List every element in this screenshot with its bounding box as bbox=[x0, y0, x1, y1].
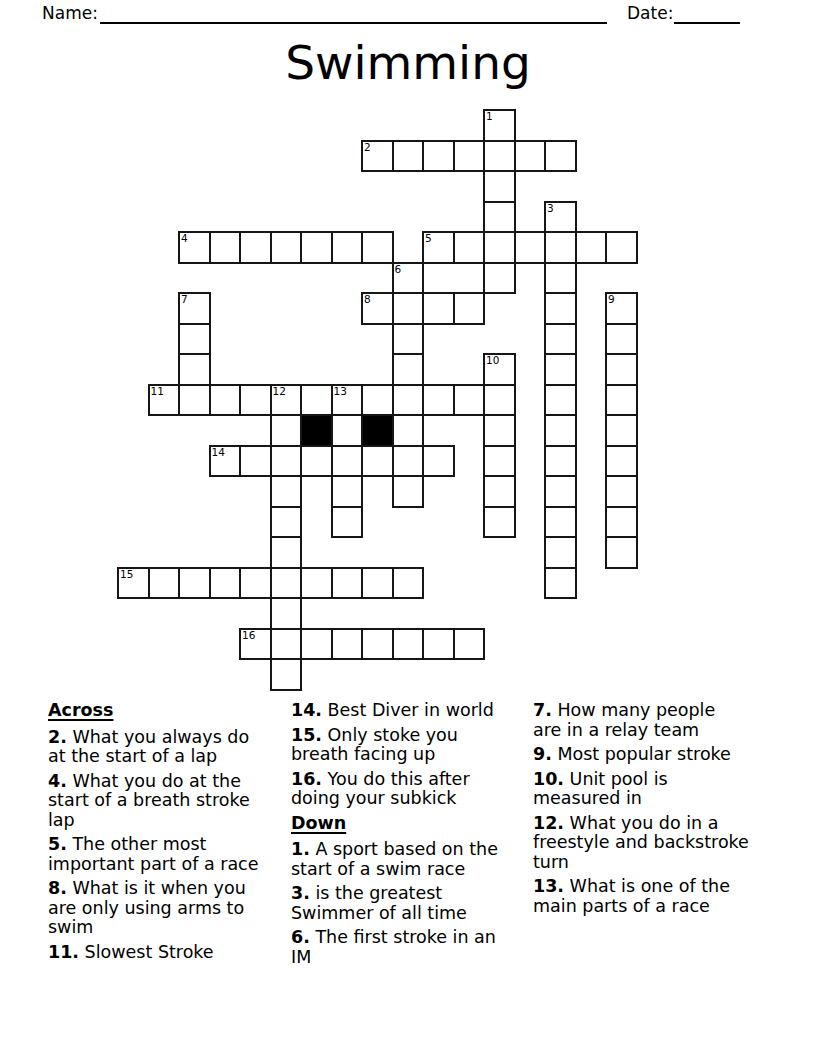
clue-column-2: 14. Best Diver in world15. Only stoke yo… bbox=[291, 701, 519, 972]
cell-number: 16 bbox=[242, 629, 255, 641]
clue-number: 16. bbox=[291, 769, 322, 789]
grid-cell[interactable] bbox=[271, 507, 302, 538]
cell-number: 2 bbox=[364, 141, 371, 153]
clue-text: The first stroke in an IM bbox=[291, 927, 496, 967]
grid-cell[interactable] bbox=[484, 385, 515, 416]
grid-cell[interactable]: 5 bbox=[423, 232, 454, 263]
grid-cell[interactable] bbox=[301, 232, 332, 263]
grid-cell[interactable] bbox=[484, 415, 515, 446]
grid-cell[interactable] bbox=[606, 232, 637, 263]
grid-cell[interactable] bbox=[301, 629, 332, 660]
clue-item: 13. What is one of the main parts of a r… bbox=[533, 877, 761, 916]
grid-cell[interactable]: 13 bbox=[332, 385, 363, 416]
grid-cell[interactable] bbox=[515, 141, 546, 172]
grid-cell[interactable]: 11 bbox=[149, 385, 180, 416]
grid-cell[interactable]: 7 bbox=[179, 293, 210, 324]
grid-cell[interactable] bbox=[362, 568, 393, 599]
cell-number: 14 bbox=[212, 446, 225, 458]
grid-cell[interactable] bbox=[393, 446, 424, 477]
crossword-grid: 12345678910111213141516 bbox=[118, 110, 637, 690]
grid-cell[interactable] bbox=[332, 629, 363, 660]
grid-cell[interactable]: 9 bbox=[606, 293, 637, 324]
clue-text: How many people are in a relay team bbox=[533, 700, 715, 740]
grid-cell[interactable] bbox=[179, 568, 210, 599]
grid-cell[interactable] bbox=[545, 507, 576, 538]
clue-number: 7. bbox=[533, 700, 552, 720]
grid-cell[interactable]: 6 bbox=[393, 263, 424, 294]
clue-number: 11. bbox=[48, 942, 79, 962]
grid-cell[interactable] bbox=[606, 446, 637, 477]
grid-cell[interactable] bbox=[545, 415, 576, 446]
clue-text: is the greatest Swimmer of all time bbox=[291, 883, 467, 923]
date-line[interactable] bbox=[674, 1, 740, 24]
grid-cell[interactable] bbox=[332, 232, 363, 263]
grid-cell[interactable] bbox=[606, 476, 637, 507]
clue-item: 6. The first stroke in an IM bbox=[291, 928, 519, 967]
grid-cell[interactable] bbox=[271, 568, 302, 599]
grid-cell[interactable] bbox=[362, 446, 393, 477]
clue-number: 5. bbox=[48, 834, 67, 854]
grid-cell[interactable]: 1 bbox=[484, 110, 515, 141]
grid-cell[interactable] bbox=[484, 263, 515, 294]
grid-cell[interactable]: 12 bbox=[271, 385, 302, 416]
clue-item: 10. Unit pool is measured in bbox=[533, 770, 761, 809]
cell-number: 7 bbox=[181, 293, 188, 305]
name-label: Name: bbox=[42, 3, 98, 23]
grid-cell[interactable] bbox=[606, 507, 637, 538]
grid-cell[interactable] bbox=[454, 232, 485, 263]
grid-cell[interactable] bbox=[545, 568, 576, 599]
grid-cell[interactable] bbox=[301, 568, 332, 599]
grid-cell[interactable]: 10 bbox=[484, 354, 515, 385]
grid-cell[interactable] bbox=[576, 232, 607, 263]
grid-cell[interactable] bbox=[606, 415, 637, 446]
clue-number: 3. bbox=[291, 883, 310, 903]
clue-item: 14. Best Diver in world bbox=[291, 701, 519, 721]
grid-cell[interactable] bbox=[423, 446, 454, 477]
clue-number: 6. bbox=[291, 927, 310, 947]
grid-cell[interactable] bbox=[606, 354, 637, 385]
grid-cell[interactable] bbox=[545, 446, 576, 477]
grid-cell[interactable] bbox=[210, 568, 241, 599]
grid-cell[interactable] bbox=[210, 385, 241, 416]
grid-cell[interactable] bbox=[423, 293, 454, 324]
grid-cell[interactable] bbox=[484, 141, 515, 172]
grid-cell[interactable] bbox=[454, 385, 485, 416]
clue-item: 8. What is it when you are only using ar… bbox=[48, 879, 270, 938]
grid-cell[interactable]: 3 bbox=[545, 202, 576, 233]
clue-text: The other most important part of a race bbox=[48, 834, 259, 874]
grid-cell[interactable] bbox=[301, 385, 332, 416]
down-heading: Down bbox=[291, 814, 519, 834]
grid-cell[interactable] bbox=[332, 476, 363, 507]
cell-number: 6 bbox=[395, 263, 402, 275]
grid-cell[interactable] bbox=[179, 385, 210, 416]
cell-number: 10 bbox=[486, 354, 499, 366]
clue-item: 11. Slowest Stroke bbox=[48, 943, 270, 963]
clue-number: 14. bbox=[291, 700, 322, 720]
grid-cell[interactable] bbox=[606, 385, 637, 416]
clue-item: 15. Only stoke you breath facing up bbox=[291, 726, 519, 765]
cell-number: 4 bbox=[181, 232, 188, 244]
grid-cell[interactable]: 14 bbox=[210, 446, 241, 477]
grid-cell[interactable] bbox=[454, 629, 485, 660]
grid-cell[interactable] bbox=[545, 537, 576, 568]
clue-number: 15. bbox=[291, 725, 322, 745]
grid-cell[interactable] bbox=[423, 141, 454, 172]
name-line[interactable] bbox=[100, 1, 607, 24]
grid-cell[interactable] bbox=[362, 232, 393, 263]
cell-number: 13 bbox=[334, 385, 347, 397]
grid-cell[interactable] bbox=[271, 537, 302, 568]
grid-cell[interactable] bbox=[362, 629, 393, 660]
grid-cell[interactable] bbox=[393, 354, 424, 385]
grid-cell[interactable] bbox=[240, 568, 271, 599]
clue-text: What is it when you are only using arms … bbox=[48, 878, 246, 937]
grid-cell[interactable] bbox=[423, 385, 454, 416]
grid-cell[interactable] bbox=[393, 629, 424, 660]
clue-number: 9. bbox=[533, 744, 552, 764]
grid-cell[interactable] bbox=[179, 324, 210, 355]
grid-cell[interactable] bbox=[484, 232, 515, 263]
grid-cell[interactable] bbox=[484, 171, 515, 202]
grid-cell[interactable] bbox=[271, 476, 302, 507]
grid-cell[interactable]: 8 bbox=[362, 293, 393, 324]
grid-cell[interactable] bbox=[545, 141, 576, 172]
grid-cell[interactable] bbox=[240, 232, 271, 263]
grid-cell[interactable] bbox=[271, 598, 302, 629]
grid-cell[interactable] bbox=[393, 568, 424, 599]
grid-cell[interactable] bbox=[362, 385, 393, 416]
clue-text: Most popular stroke bbox=[552, 744, 731, 764]
grid-cell[interactable] bbox=[484, 446, 515, 477]
grid-cell[interactable] bbox=[271, 232, 302, 263]
grid-cell[interactable] bbox=[545, 354, 576, 385]
grid-cell[interactable] bbox=[606, 324, 637, 355]
clue-item: 12. What you do in a freestyle and backs… bbox=[533, 814, 761, 873]
grid-cell[interactable] bbox=[545, 324, 576, 355]
grid-cell[interactable]: 2 bbox=[362, 141, 393, 172]
clue-number: 4. bbox=[48, 771, 67, 791]
clue-number: 12. bbox=[533, 813, 564, 833]
cell-number: 11 bbox=[151, 385, 164, 397]
grid-cell[interactable] bbox=[301, 446, 332, 477]
grid-cell[interactable]: 4 bbox=[179, 232, 210, 263]
grid-cell[interactable] bbox=[332, 415, 363, 446]
clue-text: What you do at the start of a breath str… bbox=[48, 771, 250, 830]
blocked-cell bbox=[301, 415, 332, 446]
clue-number: 10. bbox=[533, 769, 564, 789]
cell-number: 9 bbox=[608, 293, 615, 305]
grid-cell[interactable] bbox=[271, 629, 302, 660]
cell-number: 1 bbox=[486, 110, 493, 122]
clue-text: What you always do at the start of a lap bbox=[48, 727, 249, 767]
grid-cell[interactable] bbox=[545, 476, 576, 507]
clue-item: 9. Most popular stroke bbox=[533, 745, 761, 765]
clue-text: What you do in a freestyle and backstrok… bbox=[533, 813, 749, 872]
grid-cell[interactable] bbox=[149, 568, 180, 599]
grid-cell[interactable] bbox=[240, 385, 271, 416]
clue-text: Slowest Stroke bbox=[79, 942, 214, 962]
date-label: Date: bbox=[627, 3, 673, 23]
grid-cell[interactable] bbox=[484, 476, 515, 507]
grid-cell[interactable] bbox=[271, 659, 302, 690]
clue-number: 8. bbox=[48, 878, 67, 898]
grid-cell[interactable] bbox=[179, 354, 210, 385]
cell-number: 8 bbox=[364, 293, 371, 305]
grid-cell[interactable] bbox=[393, 476, 424, 507]
clue-item: 3. is the greatest Swimmer of all time bbox=[291, 884, 519, 923]
grid-cell[interactable] bbox=[393, 324, 424, 355]
grid-cell[interactable] bbox=[271, 446, 302, 477]
clue-item: 7. How many people are in a relay team bbox=[533, 701, 761, 740]
blocked-cell bbox=[362, 415, 393, 446]
clue-number: 1. bbox=[291, 839, 310, 859]
grid-cell[interactable] bbox=[393, 415, 424, 446]
grid-cell[interactable] bbox=[454, 141, 485, 172]
clue-item: 2. What you always do at the start of a … bbox=[48, 728, 270, 767]
grid-cell[interactable] bbox=[210, 232, 241, 263]
grid-cell[interactable] bbox=[454, 293, 485, 324]
grid-cell[interactable]: 16 bbox=[240, 629, 271, 660]
clue-text: Best Diver in world bbox=[322, 700, 494, 720]
grid-cell[interactable]: 15 bbox=[118, 568, 149, 599]
grid-cell[interactable] bbox=[423, 629, 454, 660]
grid-cell[interactable] bbox=[545, 385, 576, 416]
across-heading: Across bbox=[48, 701, 270, 721]
clue-item: 16. You do this after doing your subkick bbox=[291, 770, 519, 809]
grid-cell[interactable] bbox=[545, 232, 576, 263]
grid-cell[interactable] bbox=[606, 537, 637, 568]
clue-text: A sport based on the start of a swim rac… bbox=[291, 839, 498, 879]
grid-cell[interactable] bbox=[545, 293, 576, 324]
clue-column-3: 7. How many people are in a relay team9.… bbox=[533, 701, 761, 921]
grid-cell[interactable] bbox=[484, 507, 515, 538]
page-title: Swimming bbox=[0, 35, 816, 91]
grid-cell[interactable] bbox=[515, 232, 546, 263]
cell-number: 3 bbox=[547, 202, 554, 214]
clue-item: 5. The other most important part of a ra… bbox=[48, 835, 270, 874]
cell-number: 12 bbox=[273, 385, 286, 397]
grid-cell[interactable] bbox=[484, 202, 515, 233]
clue-number: 13. bbox=[533, 876, 564, 896]
clue-column-1: Across2. What you always do at the start… bbox=[48, 701, 270, 967]
grid-cell[interactable] bbox=[332, 507, 363, 538]
cell-number: 5 bbox=[425, 232, 432, 244]
clue-number: 2. bbox=[48, 727, 67, 747]
cell-number: 15 bbox=[120, 568, 133, 580]
grid-cell[interactable] bbox=[545, 263, 576, 294]
grid-cell[interactable] bbox=[271, 415, 302, 446]
grid-cell[interactable] bbox=[393, 385, 424, 416]
grid-cell[interactable] bbox=[332, 568, 363, 599]
clue-item: 4. What you do at the start of a breath … bbox=[48, 772, 270, 831]
grid-cell[interactable] bbox=[332, 446, 363, 477]
grid-cell[interactable] bbox=[393, 141, 424, 172]
grid-cell[interactable] bbox=[393, 293, 424, 324]
grid-cell[interactable] bbox=[240, 446, 271, 477]
clue-item: 1. A sport based on the start of a swim … bbox=[291, 840, 519, 879]
